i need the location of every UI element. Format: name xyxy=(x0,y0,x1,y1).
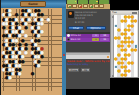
tree-node-comment[interactable] xyxy=(115,24,117,26)
tree-canvas[interactable]: ●●●●●●●●●●●●●●●●●●●●●●●●●●●●●●●●●●●●●●●●… xyxy=(114,15,138,77)
white-player-name: White 9d xyxy=(70,34,91,37)
action-buttons: Chat Options xyxy=(66,24,110,30)
message-console: Game over - White wins by resignation Re… xyxy=(66,59,110,67)
tab-3[interactable] xyxy=(89,0,99,4)
tab-1[interactable] xyxy=(67,0,77,4)
white-capture-count: 0 xyxy=(92,34,99,37)
tree-node[interactable]: ● xyxy=(131,32,134,36)
tree-node[interactable]: ● xyxy=(124,73,127,77)
black-capture-count: 0 xyxy=(92,38,99,41)
ok-button[interactable]: OK xyxy=(81,68,90,72)
notify-dot-icon xyxy=(96,1,98,3)
tab-row xyxy=(66,0,110,4)
close-icon[interactable] xyxy=(135,12,137,14)
go-board-window: Game ●●●●●●●●●●●●●●●●●●●●●●●●●●●●●●●●●●●… xyxy=(0,0,66,95)
notify-dot-icon xyxy=(75,1,77,3)
toolbar-button-4[interactable] xyxy=(83,4,88,8)
green-icon xyxy=(91,6,93,8)
toolbar-button-5[interactable] xyxy=(89,4,94,8)
toolbar-button-3[interactable] xyxy=(78,4,83,8)
options-button[interactable]: Options xyxy=(86,26,106,30)
toolbar-button-6[interactable] xyxy=(94,4,99,8)
tree-node[interactable]: ● xyxy=(131,61,134,65)
red-icon xyxy=(80,6,82,8)
toolbar-button-2[interactable] xyxy=(72,4,77,8)
tree-node-comment[interactable] xyxy=(135,45,137,47)
desktop: Game ●●●●●●●●●●●●●●●●●●●●●●●●●●●●●●●●●●●… xyxy=(0,0,139,95)
white-stone: ● xyxy=(46,17,50,22)
send-icon[interactable] xyxy=(107,56,109,58)
black-time: 59 xyxy=(100,38,109,41)
tab-2[interactable] xyxy=(78,0,88,4)
tree-node[interactable]: ● xyxy=(131,24,134,28)
tree-node-comment[interactable] xyxy=(115,66,117,68)
tab-4[interactable] xyxy=(99,0,109,4)
game-info-box: Game information 19x19 H0 K6.5 W 12:34 B… xyxy=(66,9,110,24)
toolbar-button-7[interactable] xyxy=(99,4,104,8)
tree-node[interactable]: ● xyxy=(134,49,137,53)
board-title-plate: Game xyxy=(20,1,46,6)
tree-node[interactable]: ● xyxy=(131,40,134,44)
tree-node[interactable]: ● xyxy=(127,69,130,73)
chat-button[interactable]: Chat xyxy=(68,26,84,30)
game-tree-window: Tree ●●●●●●●●●●●●●●●●●●●●●●●●●●●●●●●●●●●… xyxy=(110,10,139,78)
info-line-4: B 12:30 xyxy=(75,21,97,24)
tree-node[interactable]: ● xyxy=(127,53,130,57)
white-stone: ● xyxy=(18,72,22,77)
black-stone-icon xyxy=(67,38,70,41)
board-window-titlebar: Game xyxy=(1,0,67,8)
tree-window-controls xyxy=(132,12,137,14)
white-time: 58 xyxy=(100,34,109,37)
tree-node[interactable]: ● xyxy=(134,20,137,24)
dialog-buttons: Close OK xyxy=(66,66,110,73)
list-area xyxy=(66,42,110,53)
go-board-grid[interactable]: ●●●●●●●●●●●●●●●●●●●●●●●●●●●●●●●●●●●●●●●●… xyxy=(2,9,63,91)
avatar-face-icon xyxy=(69,12,72,15)
white-stone: ● xyxy=(8,76,12,81)
toolbar-button-1[interactable] xyxy=(67,4,72,8)
black-player-name: Black 9d xyxy=(70,38,91,41)
control-panel: Game information 19x19 H0 K6.5 W 12:34 B… xyxy=(66,0,110,89)
console-blue-message: Returning to lobby... xyxy=(67,63,109,66)
chat-input[interactable] xyxy=(66,55,110,59)
game-info-lines: Game information 19x19 H0 K6.5 W 12:34 B… xyxy=(75,11,97,24)
white-stone-icon xyxy=(67,34,70,37)
black-stone: ● xyxy=(30,72,34,77)
alert-dot-icon xyxy=(63,54,65,56)
close-button[interactable]: Close xyxy=(68,68,79,72)
white-stone: ● xyxy=(37,63,41,68)
green-icon xyxy=(69,6,71,8)
go-board[interactable]: ●●●●●●●●●●●●●●●●●●●●●●●●●●●●●●●●●●●●●●●●… xyxy=(2,8,63,95)
avatar xyxy=(68,11,74,19)
